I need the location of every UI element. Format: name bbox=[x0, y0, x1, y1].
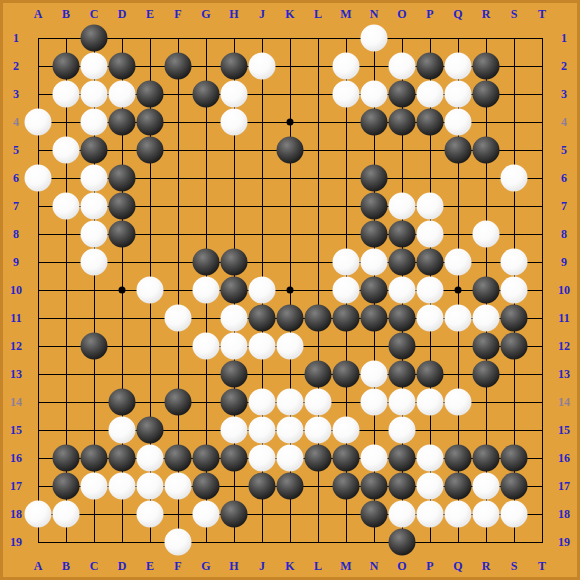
stone-black-L16[interactable] bbox=[305, 445, 332, 472]
stone-black-D2[interactable] bbox=[109, 53, 136, 80]
stone-black-C12[interactable] bbox=[81, 333, 108, 360]
col-label-bottom-F: F bbox=[174, 560, 181, 572]
col-label-bottom-R: R bbox=[482, 560, 491, 572]
stone-black-R5[interactable] bbox=[473, 137, 500, 164]
stone-white-M2[interactable] bbox=[333, 53, 360, 80]
stone-black-O4[interactable] bbox=[389, 109, 416, 136]
stone-white-C3[interactable] bbox=[81, 81, 108, 108]
stone-black-M13[interactable] bbox=[333, 361, 360, 388]
col-label-bottom-L: L bbox=[314, 560, 322, 572]
col-label-top-J: J bbox=[259, 8, 265, 20]
stone-white-O18[interactable] bbox=[389, 501, 416, 528]
stone-black-O3[interactable] bbox=[389, 81, 416, 108]
row-label-right-7: 7 bbox=[561, 200, 567, 212]
stone-black-F2[interactable] bbox=[165, 53, 192, 80]
stone-white-N16[interactable] bbox=[361, 445, 388, 472]
col-label-bottom-B: B bbox=[62, 560, 70, 572]
col-label-top-K: K bbox=[285, 8, 294, 20]
stone-black-C16[interactable] bbox=[81, 445, 108, 472]
stone-black-N17[interactable] bbox=[361, 473, 388, 500]
stone-white-J12[interactable] bbox=[249, 333, 276, 360]
stone-black-N10[interactable] bbox=[361, 277, 388, 304]
stone-black-H18[interactable] bbox=[221, 501, 248, 528]
stone-white-B3[interactable] bbox=[53, 81, 80, 108]
stone-white-Q11[interactable] bbox=[445, 305, 472, 332]
row-label-right-11: 11 bbox=[558, 312, 569, 324]
stone-black-S16[interactable] bbox=[501, 445, 528, 472]
stone-white-K16[interactable] bbox=[277, 445, 304, 472]
col-label-bottom-T: T bbox=[538, 560, 546, 572]
stone-black-R2[interactable] bbox=[473, 53, 500, 80]
row-label-right-18: 18 bbox=[558, 508, 570, 520]
stone-black-G3[interactable] bbox=[193, 81, 220, 108]
stone-black-H13[interactable] bbox=[221, 361, 248, 388]
stone-black-O11[interactable] bbox=[389, 305, 416, 332]
stone-black-N11[interactable] bbox=[361, 305, 388, 332]
stone-white-P7[interactable] bbox=[417, 193, 444, 220]
col-label-top-D: D bbox=[118, 8, 127, 20]
stone-black-H14[interactable] bbox=[221, 389, 248, 416]
row-label-right-19: 19 bbox=[558, 536, 570, 548]
stone-black-O17[interactable] bbox=[389, 473, 416, 500]
stone-white-S18[interactable] bbox=[501, 501, 528, 528]
row-label-right-1: 1 bbox=[561, 32, 567, 44]
stone-white-R8[interactable] bbox=[473, 221, 500, 248]
stone-white-N3[interactable] bbox=[361, 81, 388, 108]
stone-black-H16[interactable] bbox=[221, 445, 248, 472]
stone-white-R17[interactable] bbox=[473, 473, 500, 500]
stone-white-Q3[interactable] bbox=[445, 81, 472, 108]
col-label-top-G: G bbox=[201, 8, 210, 20]
stone-black-Q17[interactable] bbox=[445, 473, 472, 500]
col-label-bottom-J: J bbox=[259, 560, 265, 572]
stone-white-M9[interactable] bbox=[333, 249, 360, 276]
stone-white-P18[interactable] bbox=[417, 501, 444, 528]
stone-black-G16[interactable] bbox=[193, 445, 220, 472]
stone-black-G9[interactable] bbox=[193, 249, 220, 276]
stone-white-S10[interactable] bbox=[501, 277, 528, 304]
col-label-top-F: F bbox=[174, 8, 181, 20]
stone-white-C7[interactable] bbox=[81, 193, 108, 220]
stone-black-O8[interactable] bbox=[389, 221, 416, 248]
stone-black-S11[interactable] bbox=[501, 305, 528, 332]
stone-white-O10[interactable] bbox=[389, 277, 416, 304]
stone-white-P3[interactable] bbox=[417, 81, 444, 108]
col-label-bottom-M: M bbox=[340, 560, 351, 572]
col-label-bottom-G: G bbox=[201, 560, 210, 572]
row-label-left-7: 7 bbox=[13, 200, 19, 212]
stone-black-L13[interactable] bbox=[305, 361, 332, 388]
col-label-bottom-C: C bbox=[90, 560, 99, 572]
stone-black-N7[interactable] bbox=[361, 193, 388, 220]
stone-white-O14[interactable] bbox=[389, 389, 416, 416]
stone-black-N18[interactable] bbox=[361, 501, 388, 528]
stone-black-J11[interactable] bbox=[249, 305, 276, 332]
stone-black-M16[interactable] bbox=[333, 445, 360, 472]
stone-white-D3[interactable] bbox=[109, 81, 136, 108]
stone-white-H11[interactable] bbox=[221, 305, 248, 332]
stone-white-J10[interactable] bbox=[249, 277, 276, 304]
stone-white-N1[interactable] bbox=[361, 25, 388, 52]
star-point-K4 bbox=[287, 119, 294, 126]
stone-white-P17[interactable] bbox=[417, 473, 444, 500]
stone-white-J15[interactable] bbox=[249, 417, 276, 444]
row-label-left-1: 1 bbox=[13, 32, 19, 44]
stone-black-S17[interactable] bbox=[501, 473, 528, 500]
row-label-left-19: 19 bbox=[10, 536, 22, 548]
stone-black-D8[interactable] bbox=[109, 221, 136, 248]
stone-white-Q9[interactable] bbox=[445, 249, 472, 276]
col-label-top-H: H bbox=[229, 8, 238, 20]
col-label-top-L: L bbox=[314, 8, 322, 20]
stone-white-Q18[interactable] bbox=[445, 501, 472, 528]
row-label-right-14: 14 bbox=[558, 396, 570, 408]
row-label-left-16: 16 bbox=[10, 452, 22, 464]
stone-white-B18[interactable] bbox=[53, 501, 80, 528]
stone-black-D6[interactable] bbox=[109, 165, 136, 192]
stone-white-M10[interactable] bbox=[333, 277, 360, 304]
stone-white-P8[interactable] bbox=[417, 221, 444, 248]
row-label-right-17: 17 bbox=[558, 480, 570, 492]
row-label-left-11: 11 bbox=[10, 312, 21, 324]
stone-white-P14[interactable] bbox=[417, 389, 444, 416]
stone-white-N9[interactable] bbox=[361, 249, 388, 276]
row-label-left-4: 4 bbox=[13, 116, 19, 128]
col-label-top-R: R bbox=[482, 8, 491, 20]
stone-black-Q5[interactable] bbox=[445, 137, 472, 164]
stone-white-C17[interactable] bbox=[81, 473, 108, 500]
row-label-right-12: 12 bbox=[558, 340, 570, 352]
row-label-left-3: 3 bbox=[13, 88, 19, 100]
col-label-top-P: P bbox=[426, 8, 433, 20]
col-label-top-N: N bbox=[370, 8, 379, 20]
row-label-right-9: 9 bbox=[561, 256, 567, 268]
col-label-bottom-P: P bbox=[426, 560, 433, 572]
stone-white-E16[interactable] bbox=[137, 445, 164, 472]
star-point-Q10 bbox=[455, 287, 462, 294]
row-label-right-6: 6 bbox=[561, 172, 567, 184]
stone-black-M17[interactable] bbox=[333, 473, 360, 500]
stone-black-P2[interactable] bbox=[417, 53, 444, 80]
stone-white-D15[interactable] bbox=[109, 417, 136, 444]
stone-black-F16[interactable] bbox=[165, 445, 192, 472]
stone-black-H10[interactable] bbox=[221, 277, 248, 304]
stone-black-N4[interactable] bbox=[361, 109, 388, 136]
row-label-left-5: 5 bbox=[13, 144, 19, 156]
stone-black-D16[interactable] bbox=[109, 445, 136, 472]
stone-white-S6[interactable] bbox=[501, 165, 528, 192]
row-label-right-5: 5 bbox=[561, 144, 567, 156]
stone-white-A18[interactable] bbox=[25, 501, 52, 528]
row-label-left-6: 6 bbox=[13, 172, 19, 184]
stone-black-P13[interactable] bbox=[417, 361, 444, 388]
col-label-top-T: T bbox=[538, 8, 546, 20]
row-label-right-8: 8 bbox=[561, 228, 567, 240]
stone-black-K17[interactable] bbox=[277, 473, 304, 500]
stone-white-G18[interactable] bbox=[193, 501, 220, 528]
stone-white-H15[interactable] bbox=[221, 417, 248, 444]
stone-white-M3[interactable] bbox=[333, 81, 360, 108]
row-label-right-4: 4 bbox=[561, 116, 567, 128]
stone-black-R3[interactable] bbox=[473, 81, 500, 108]
stone-white-H4[interactable] bbox=[221, 109, 248, 136]
stone-white-B7[interactable] bbox=[53, 193, 80, 220]
stone-black-Q16[interactable] bbox=[445, 445, 472, 472]
stone-black-N6[interactable] bbox=[361, 165, 388, 192]
stone-white-N13[interactable] bbox=[361, 361, 388, 388]
stone-black-B16[interactable] bbox=[53, 445, 80, 472]
stone-white-O15[interactable] bbox=[389, 417, 416, 444]
row-label-right-13: 13 bbox=[558, 368, 570, 380]
stone-white-P16[interactable] bbox=[417, 445, 444, 472]
row-label-right-16: 16 bbox=[558, 452, 570, 464]
stone-white-G10[interactable] bbox=[193, 277, 220, 304]
stone-white-E17[interactable] bbox=[137, 473, 164, 500]
stone-black-K11[interactable] bbox=[277, 305, 304, 332]
stone-black-L11[interactable] bbox=[305, 305, 332, 332]
stone-white-K15[interactable] bbox=[277, 417, 304, 444]
stone-black-R12[interactable] bbox=[473, 333, 500, 360]
stone-black-D4[interactable] bbox=[109, 109, 136, 136]
stone-white-F19[interactable] bbox=[165, 529, 192, 556]
stone-black-H2[interactable] bbox=[221, 53, 248, 80]
row-label-left-10: 10 bbox=[10, 284, 22, 296]
stone-white-P11[interactable] bbox=[417, 305, 444, 332]
stone-white-J14[interactable] bbox=[249, 389, 276, 416]
stone-white-J16[interactable] bbox=[249, 445, 276, 472]
stone-black-H9[interactable] bbox=[221, 249, 248, 276]
stone-black-B2[interactable] bbox=[53, 53, 80, 80]
row-label-right-2: 2 bbox=[561, 60, 567, 72]
row-label-left-15: 15 bbox=[10, 424, 22, 436]
stone-white-N14[interactable] bbox=[361, 389, 388, 416]
stone-black-N8[interactable] bbox=[361, 221, 388, 248]
stone-black-S12[interactable] bbox=[501, 333, 528, 360]
col-label-bottom-E: E bbox=[146, 560, 154, 572]
stone-black-E3[interactable] bbox=[137, 81, 164, 108]
stone-black-O16[interactable] bbox=[389, 445, 416, 472]
stone-white-Q14[interactable] bbox=[445, 389, 472, 416]
col-label-bottom-K: K bbox=[285, 560, 294, 572]
stone-black-R10[interactable] bbox=[473, 277, 500, 304]
stone-white-G12[interactable] bbox=[193, 333, 220, 360]
stone-white-A4[interactable] bbox=[25, 109, 52, 136]
stone-white-O2[interactable] bbox=[389, 53, 416, 80]
row-label-right-10: 10 bbox=[558, 284, 570, 296]
stone-black-F14[interactable] bbox=[165, 389, 192, 416]
stone-black-C5[interactable] bbox=[81, 137, 108, 164]
stone-black-G17[interactable] bbox=[193, 473, 220, 500]
stone-white-S9[interactable] bbox=[501, 249, 528, 276]
stone-white-L14[interactable] bbox=[305, 389, 332, 416]
row-label-left-14: 14 bbox=[10, 396, 22, 408]
stone-white-C9[interactable] bbox=[81, 249, 108, 276]
col-label-top-S: S bbox=[511, 8, 518, 20]
go-board: AABBCCDDEEFFGGHHJJKKLLMMNNOOPPQQRRSSTT11… bbox=[0, 0, 580, 580]
stone-black-M11[interactable] bbox=[333, 305, 360, 332]
stone-white-A6[interactable] bbox=[25, 165, 52, 192]
stone-white-H3[interactable] bbox=[221, 81, 248, 108]
stone-white-H12[interactable] bbox=[221, 333, 248, 360]
col-label-bottom-Q: Q bbox=[453, 560, 462, 572]
stone-black-P4[interactable] bbox=[417, 109, 444, 136]
stone-black-K5[interactable] bbox=[277, 137, 304, 164]
stone-black-R13[interactable] bbox=[473, 361, 500, 388]
stone-white-R18[interactable] bbox=[473, 501, 500, 528]
stone-white-D17[interactable] bbox=[109, 473, 136, 500]
star-point-K10 bbox=[287, 287, 294, 294]
stone-black-O12[interactable] bbox=[389, 333, 416, 360]
stone-white-E10[interactable] bbox=[137, 277, 164, 304]
stone-white-K14[interactable] bbox=[277, 389, 304, 416]
stone-white-M15[interactable] bbox=[333, 417, 360, 444]
stone-black-P9[interactable] bbox=[417, 249, 444, 276]
stone-black-B17[interactable] bbox=[53, 473, 80, 500]
stone-black-D7[interactable] bbox=[109, 193, 136, 220]
col-label-top-O: O bbox=[397, 8, 406, 20]
col-label-bottom-O: O bbox=[397, 560, 406, 572]
stone-white-R11[interactable] bbox=[473, 305, 500, 332]
stone-black-J17[interactable] bbox=[249, 473, 276, 500]
stone-black-C1[interactable] bbox=[81, 25, 108, 52]
row-label-right-15: 15 bbox=[558, 424, 570, 436]
col-label-top-E: E bbox=[146, 8, 154, 20]
col-label-top-M: M bbox=[340, 8, 351, 20]
row-label-left-17: 17 bbox=[10, 480, 22, 492]
stone-white-Q2[interactable] bbox=[445, 53, 472, 80]
row-label-left-13: 13 bbox=[10, 368, 22, 380]
stone-white-P10[interactable] bbox=[417, 277, 444, 304]
stone-white-C8[interactable] bbox=[81, 221, 108, 248]
stone-white-C4[interactable] bbox=[81, 109, 108, 136]
col-label-bottom-A: A bbox=[34, 560, 43, 572]
stone-black-D14[interactable] bbox=[109, 389, 136, 416]
stone-black-O19[interactable] bbox=[389, 529, 416, 556]
col-label-bottom-N: N bbox=[370, 560, 379, 572]
stone-black-E5[interactable] bbox=[137, 137, 164, 164]
row-label-left-8: 8 bbox=[13, 228, 19, 240]
col-label-bottom-S: S bbox=[511, 560, 518, 572]
stone-white-K12[interactable] bbox=[277, 333, 304, 360]
stone-white-F11[interactable] bbox=[165, 305, 192, 332]
star-point-D10 bbox=[119, 287, 126, 294]
stone-white-C2[interactable] bbox=[81, 53, 108, 80]
stone-white-C6[interactable] bbox=[81, 165, 108, 192]
row-label-right-3: 3 bbox=[561, 88, 567, 100]
stone-white-O7[interactable] bbox=[389, 193, 416, 220]
col-label-top-A: A bbox=[34, 8, 43, 20]
stone-white-B5[interactable] bbox=[53, 137, 80, 164]
stone-black-O13[interactable] bbox=[389, 361, 416, 388]
stone-black-R16[interactable] bbox=[473, 445, 500, 472]
col-label-bottom-D: D bbox=[118, 560, 127, 572]
col-label-bottom-H: H bbox=[229, 560, 238, 572]
stone-white-E18[interactable] bbox=[137, 501, 164, 528]
stone-white-Q4[interactable] bbox=[445, 109, 472, 136]
col-label-top-Q: Q bbox=[453, 8, 462, 20]
row-label-left-2: 2 bbox=[13, 60, 19, 72]
stone-black-E4[interactable] bbox=[137, 109, 164, 136]
stone-white-F17[interactable] bbox=[165, 473, 192, 500]
row-label-left-12: 12 bbox=[10, 340, 22, 352]
stone-black-E15[interactable] bbox=[137, 417, 164, 444]
row-label-left-9: 9 bbox=[13, 256, 19, 268]
row-label-left-18: 18 bbox=[10, 508, 22, 520]
col-label-top-B: B bbox=[62, 8, 70, 20]
stone-white-J2[interactable] bbox=[249, 53, 276, 80]
stone-white-L15[interactable] bbox=[305, 417, 332, 444]
col-label-top-C: C bbox=[90, 8, 99, 20]
stone-black-O9[interactable] bbox=[389, 249, 416, 276]
